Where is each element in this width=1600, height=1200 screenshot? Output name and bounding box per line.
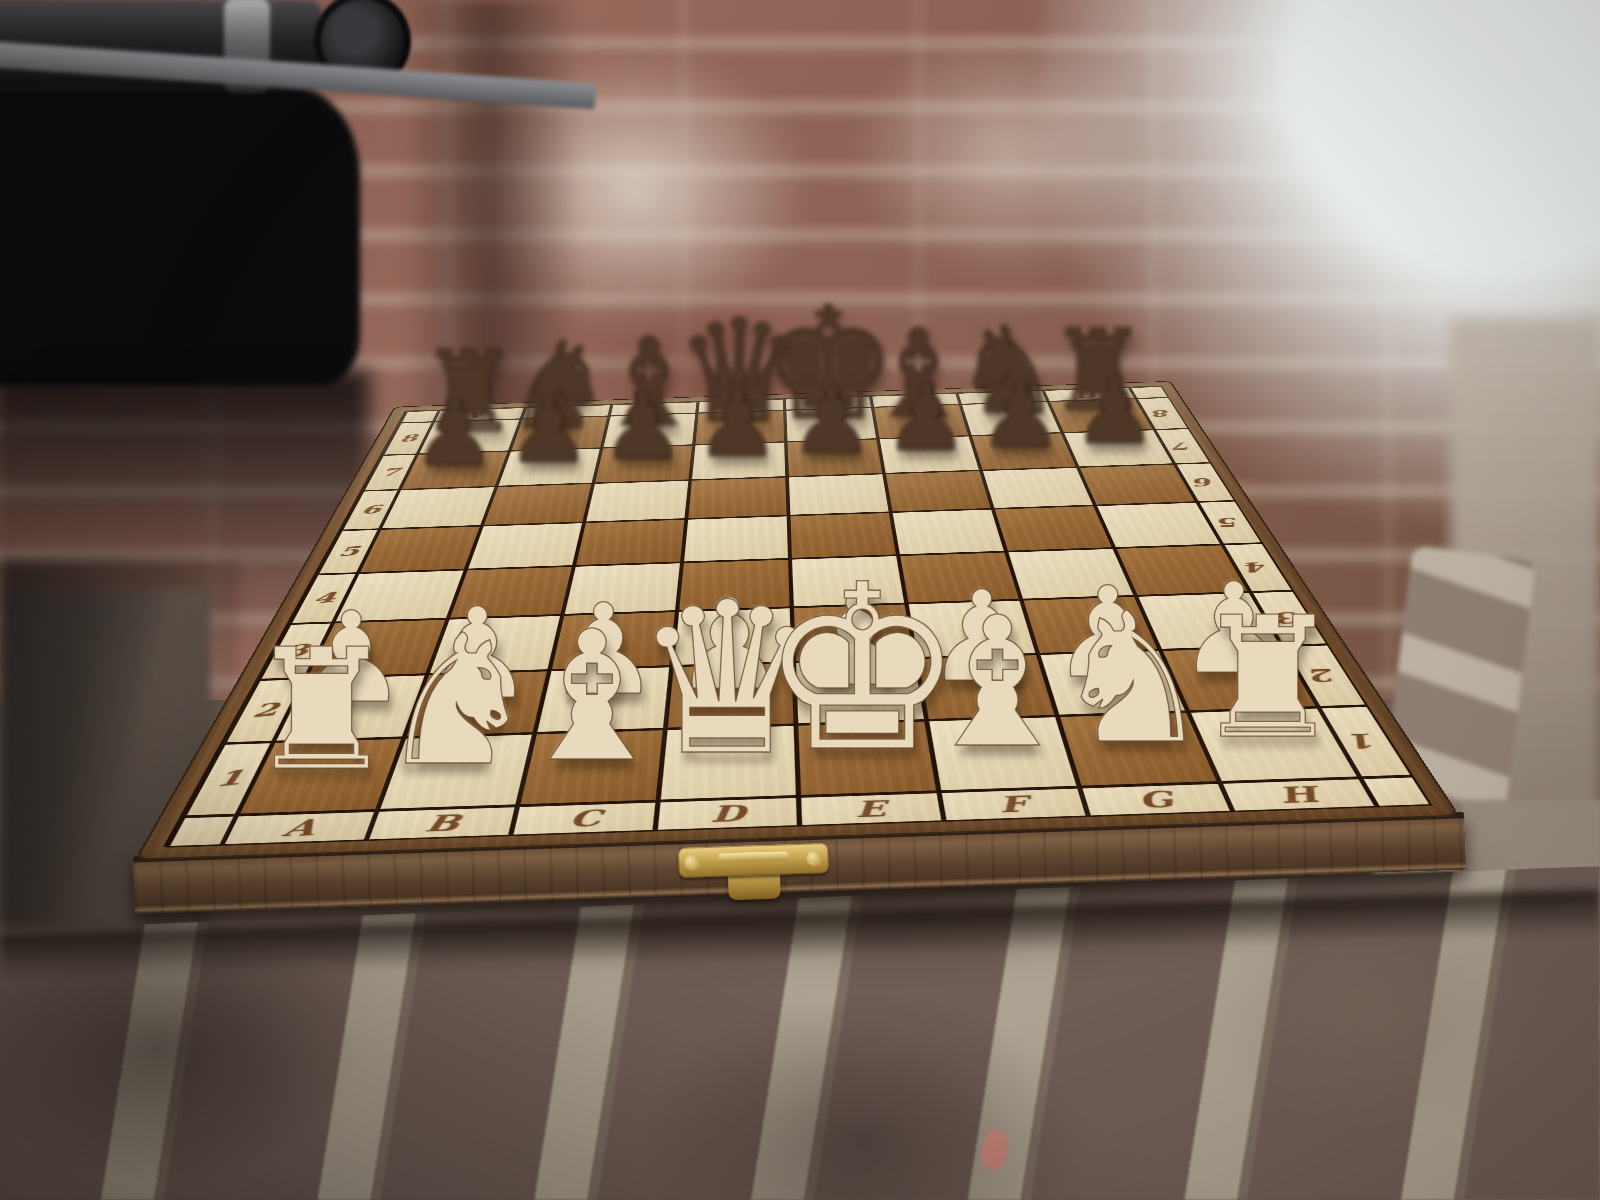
coord-file-h-near: H [1220,778,1378,812]
square-b5[interactable] [466,522,584,569]
piece-white-rook-h1[interactable]: ♜ [1193,595,1343,762]
piece-black-pawn-b7[interactable]: ♟ [506,382,591,477]
square-g5[interactable] [993,505,1114,551]
square-d6[interactable] [686,477,788,519]
piece-black-pawn-c7[interactable]: ♟ [601,379,686,474]
piece-black-pawn-a7[interactable]: ♟ [412,386,497,481]
square-c6[interactable] [584,480,690,522]
piece-white-rook-a1[interactable]: ♜ [247,627,397,794]
typewriter-body [0,86,360,386]
square-e6[interactable] [787,474,891,516]
scene: ABCDEFGH8877665544332211ABCDEFGH ♜♞♝♛♚♝♞… [0,0,1600,1200]
file-label: H [1273,782,1324,809]
piece-black-pawn-h7[interactable]: ♟ [1072,364,1157,459]
rank-label: 6 [360,502,382,516]
file-label: A [279,814,321,841]
piece-white-knight-g1[interactable]: ♞ [1052,589,1213,769]
square-b6[interactable] [482,483,593,525]
rank-label: 1 [1344,729,1384,753]
square-f6[interactable] [884,470,993,512]
piece-black-pawn-g7[interactable]: ♟ [978,367,1063,462]
coord-file-b-near: B [366,806,518,841]
piece-black-pawn-d7[interactable]: ♟ [695,376,780,471]
rank-label: 5 [1215,515,1244,529]
rank-label: 5 [337,543,360,559]
coord-file-g-near: G [1079,782,1233,817]
rank-label: 7 [1170,440,1195,452]
piece-black-pawn-f7[interactable]: ♟ [884,370,969,465]
square-a6[interactable] [380,486,497,529]
file-label: G [1134,786,1177,813]
rank-label: 7 [381,466,401,479]
coord-file-c-near: C [511,801,659,836]
file-label: B [422,810,463,837]
file-label: C [567,805,603,832]
square-g6[interactable] [981,467,1095,509]
piece-black-pawn-e7[interactable]: ♟ [789,373,874,468]
coord-file-a-near: A [221,810,377,845]
file-label: D [710,800,745,827]
file-label: F [996,791,1030,818]
rank-label: 6 [1191,475,1218,488]
rank-label: 1 [213,765,246,791]
brick-chip [978,1127,1013,1172]
